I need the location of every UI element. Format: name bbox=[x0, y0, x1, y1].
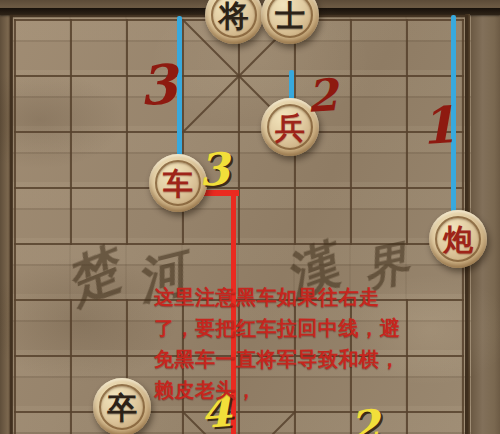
piece-label: 将 bbox=[219, 1, 249, 31]
hint-line-blue bbox=[177, 16, 182, 158]
piece-label: 卒 bbox=[107, 393, 137, 423]
piece-label: 炮 bbox=[443, 225, 473, 255]
annotation-note-line: 了，要把红车拉回中线，避 bbox=[154, 315, 400, 346]
handwritten-number-1: 1 bbox=[419, 100, 457, 152]
handwritten-number-3: 3 bbox=[137, 57, 178, 113]
annotation-note-line: 免黑车一直将军导致和棋， bbox=[154, 346, 400, 377]
handwritten-number-2: 2 bbox=[305, 73, 339, 119]
annotation-note-line: 赖皮老头， bbox=[154, 377, 400, 408]
piece-label: 士 bbox=[275, 1, 305, 31]
handwritten-number-3: 3 bbox=[197, 147, 231, 193]
piece-red-cannon[interactable]: 炮 bbox=[429, 210, 487, 268]
annotation-note-line: 这里注意黑车如果往右走 bbox=[154, 284, 400, 315]
xiangqi-app-screen: 楚河漢界 将士兵车炮卒 321342这里注意黑车如果往右走了，要把红车拉回中线，… bbox=[0, 0, 500, 434]
piece-label: 兵 bbox=[275, 113, 305, 143]
handwritten-number-2: 2 bbox=[347, 404, 381, 434]
piece-black-soldier[interactable]: 卒 bbox=[93, 378, 151, 434]
piece-label: 车 bbox=[163, 169, 193, 199]
annotation-note-text: 这里注意黑车如果往右走了，要把红车拉回中线，避免黑车一直将军导致和棋，赖皮老头， bbox=[154, 284, 400, 408]
